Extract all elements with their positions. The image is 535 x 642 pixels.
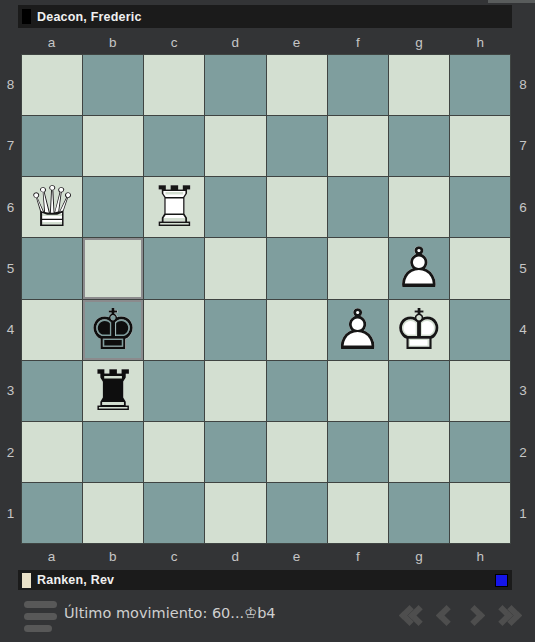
square-d6[interactable] xyxy=(205,177,265,237)
square-g1[interactable] xyxy=(389,483,449,543)
square-a4[interactable] xyxy=(22,300,82,360)
square-e7[interactable] xyxy=(267,116,327,176)
square-c7[interactable] xyxy=(144,116,204,176)
square-a2[interactable] xyxy=(22,422,82,482)
square-a6[interactable]: ♛♕ xyxy=(22,177,82,237)
square-h5[interactable] xyxy=(450,238,510,298)
coordinate-label: 6 xyxy=(0,177,21,238)
hamburger-icon xyxy=(24,601,57,608)
square-f1[interactable] xyxy=(328,483,388,543)
chess-app: Deacon, Frederic abcdefgh 87654321 87654… xyxy=(0,0,535,642)
hamburger-icon xyxy=(24,613,57,620)
coordinate-label: b xyxy=(82,545,143,567)
square-h8[interactable] xyxy=(450,55,510,115)
piece-glyph: ♟ xyxy=(328,300,388,360)
square-e4[interactable] xyxy=(267,300,327,360)
coordinate-label: 5 xyxy=(511,238,535,299)
square-d8[interactable] xyxy=(205,55,265,115)
piece-glyph: ♙ xyxy=(389,238,449,298)
square-a8[interactable] xyxy=(22,55,82,115)
coordinate-label: g xyxy=(389,545,450,567)
menu-button[interactable] xyxy=(24,601,57,632)
piece-glyph: ♙ xyxy=(328,300,388,360)
square-f7[interactable] xyxy=(328,116,388,176)
white-rook-piece[interactable]: ♜♖ xyxy=(144,177,204,237)
file-labels-bottom: abcdefgh xyxy=(21,545,511,567)
piece-glyph: ♔ xyxy=(389,300,449,360)
next-move-button[interactable] xyxy=(465,598,484,632)
last-move-button[interactable] xyxy=(493,598,521,632)
square-f2[interactable] xyxy=(328,422,388,482)
square-d1[interactable] xyxy=(205,483,265,543)
square-e1[interactable] xyxy=(267,483,327,543)
square-h4[interactable] xyxy=(450,300,510,360)
square-a1[interactable] xyxy=(22,483,82,543)
piece-glyph: ♔ xyxy=(83,300,143,360)
square-c6[interactable]: ♜♖ xyxy=(144,177,204,237)
white-pawn-piece[interactable]: ♟♙ xyxy=(389,238,449,298)
status-badge xyxy=(495,574,508,587)
coordinate-label: g xyxy=(389,31,450,53)
coordinate-label: d xyxy=(205,545,266,567)
coordinate-label: 2 xyxy=(511,422,535,483)
coordinate-label: 2 xyxy=(0,422,21,483)
square-g8[interactable] xyxy=(389,55,449,115)
piece-glyph: ♜ xyxy=(83,361,143,421)
black-king-piece[interactable]: ♔♚ xyxy=(83,300,143,360)
square-c4[interactable] xyxy=(144,300,204,360)
square-f6[interactable] xyxy=(328,177,388,237)
square-g5[interactable]: ♟♙ xyxy=(389,238,449,298)
coordinate-label: c xyxy=(144,31,205,53)
top-player-name: Deacon, Frederic xyxy=(37,10,142,24)
bottom-player-bar: Ranken, Rev xyxy=(18,570,512,590)
rank-labels-left: 87654321 xyxy=(0,54,21,544)
square-a5[interactable] xyxy=(22,238,82,298)
square-d4[interactable] xyxy=(205,300,265,360)
previous-move-button[interactable] xyxy=(437,598,456,632)
chevron-right-icon xyxy=(464,604,485,625)
coordinate-label: 4 xyxy=(511,299,535,360)
coordinate-label: 8 xyxy=(511,54,535,115)
square-b4[interactable]: ♔♚ xyxy=(83,300,143,360)
square-b6[interactable] xyxy=(83,177,143,237)
white-king-piece[interactable]: ♚♔ xyxy=(389,300,449,360)
coordinate-label: a xyxy=(21,545,82,567)
piece-glyph: ♚ xyxy=(389,300,449,360)
rank-labels-right: 87654321 xyxy=(511,54,535,544)
square-h6[interactable] xyxy=(450,177,510,237)
white-queen-piece[interactable]: ♛♕ xyxy=(22,177,82,237)
white-pawn-piece[interactable]: ♟♙ xyxy=(328,300,388,360)
square-f5[interactable] xyxy=(328,238,388,298)
square-c8[interactable] xyxy=(144,55,204,115)
square-b8[interactable] xyxy=(83,55,143,115)
square-e2[interactable] xyxy=(267,422,327,482)
piece-glyph: ♛ xyxy=(22,177,82,237)
hamburger-icon xyxy=(24,625,52,632)
file-labels-top: abcdefgh xyxy=(21,31,511,53)
coordinate-label: 3 xyxy=(0,360,21,421)
coordinate-label: 7 xyxy=(0,115,21,176)
coordinate-label: b xyxy=(82,31,143,53)
square-a3[interactable] xyxy=(22,361,82,421)
coordinate-label: 1 xyxy=(511,483,535,544)
square-h3[interactable] xyxy=(450,361,510,421)
bottom-player-name: Ranken, Rev xyxy=(37,573,114,587)
piece-glyph: ♖ xyxy=(144,177,204,237)
square-h2[interactable] xyxy=(450,422,510,482)
square-c3[interactable] xyxy=(144,361,204,421)
square-h1[interactable] xyxy=(450,483,510,543)
top-right-strip xyxy=(488,0,535,3)
coordinate-label: 8 xyxy=(0,54,21,115)
piece-glyph: ♜ xyxy=(144,177,204,237)
piece-glyph: ♕ xyxy=(22,177,82,237)
coordinate-label: e xyxy=(266,31,327,53)
piece-glyph: ♖ xyxy=(83,361,143,421)
coordinate-label: f xyxy=(327,545,388,567)
square-e6[interactable] xyxy=(267,177,327,237)
square-d5[interactable] xyxy=(205,238,265,298)
first-move-button[interactable] xyxy=(400,598,428,632)
square-g3[interactable] xyxy=(389,361,449,421)
square-b2[interactable] xyxy=(83,422,143,482)
piece-glyph: ♚ xyxy=(83,300,143,360)
square-g4[interactable]: ♚♔ xyxy=(389,300,449,360)
coordinate-label: h xyxy=(450,31,511,53)
square-f4[interactable]: ♟♙ xyxy=(328,300,388,360)
square-c5[interactable] xyxy=(144,238,204,298)
square-b5[interactable] xyxy=(83,238,143,298)
chess-board[interactable]: ♛♕♜♖♟♙♔♚♟♙♚♔♖♜ xyxy=(21,54,511,544)
square-a7[interactable] xyxy=(22,116,82,176)
coordinate-label: e xyxy=(266,545,327,567)
square-e8[interactable] xyxy=(267,55,327,115)
square-f8[interactable] xyxy=(328,55,388,115)
top-player-bar: Deacon, Frederic xyxy=(18,5,512,28)
square-d7[interactable] xyxy=(205,116,265,176)
black-rook-piece[interactable]: ♖♜ xyxy=(83,361,143,421)
coordinate-label: h xyxy=(450,545,511,567)
square-b7[interactable] xyxy=(83,116,143,176)
square-c2[interactable] xyxy=(144,422,204,482)
coordinate-label: 4 xyxy=(0,299,21,360)
square-e5[interactable] xyxy=(267,238,327,298)
square-e3[interactable] xyxy=(267,361,327,421)
coordinate-label: d xyxy=(205,31,266,53)
square-c1[interactable] xyxy=(144,483,204,543)
square-f3[interactable] xyxy=(328,361,388,421)
chevron-left-icon xyxy=(436,604,457,625)
square-d3[interactable] xyxy=(205,361,265,421)
coordinate-label: 6 xyxy=(511,177,535,238)
coordinate-label: c xyxy=(144,545,205,567)
square-g7[interactable] xyxy=(389,116,449,176)
black-side-indicator xyxy=(22,9,31,24)
coordinate-label: f xyxy=(327,31,388,53)
piece-glyph: ♟ xyxy=(389,238,449,298)
square-h7[interactable] xyxy=(450,116,510,176)
square-b3[interactable]: ♖♜ xyxy=(83,361,143,421)
square-g6[interactable] xyxy=(389,177,449,237)
coordinate-label: 5 xyxy=(0,238,21,299)
move-navigation xyxy=(400,597,521,633)
coordinate-label: a xyxy=(21,31,82,53)
last-move-text: Último movimiento: 60...♔b4 xyxy=(64,605,276,621)
square-g2[interactable] xyxy=(389,422,449,482)
white-side-indicator xyxy=(22,573,31,588)
coordinate-label: 7 xyxy=(511,115,535,176)
coordinate-label: 3 xyxy=(511,360,535,421)
square-b1[interactable] xyxy=(83,483,143,543)
square-d2[interactable] xyxy=(205,422,265,482)
coordinate-label: 1 xyxy=(0,483,21,544)
